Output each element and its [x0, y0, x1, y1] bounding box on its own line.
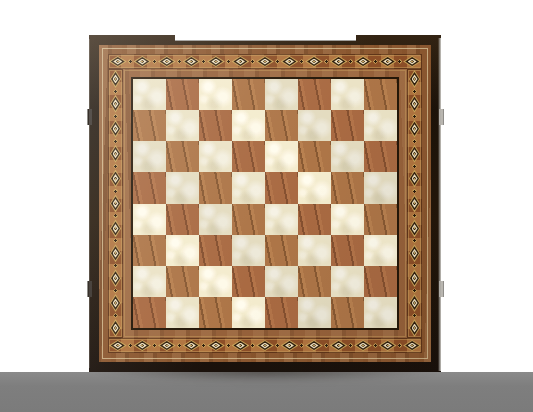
- square-b3[interactable]: [166, 235, 199, 266]
- inlay-gold-dot: [113, 313, 118, 318]
- inlay-band-left: [108, 69, 123, 338]
- square-g7[interactable]: [331, 110, 364, 141]
- inlay-gold-dot: [226, 59, 231, 64]
- hinge-tab: [87, 281, 92, 297]
- inlay-gold-dot: [348, 343, 353, 348]
- square-h6[interactable]: [364, 141, 397, 172]
- inlay-eye-motif: [409, 319, 420, 337]
- inlay-eye-motif: [409, 219, 420, 237]
- square-g1[interactable]: [331, 297, 364, 328]
- inlay-gold-dot: [113, 213, 118, 218]
- inlay-gold-dot: [299, 343, 304, 348]
- inlay-eye-motif: [379, 340, 397, 351]
- inlay-eye-motif: [330, 340, 348, 351]
- square-b5[interactable]: [166, 172, 199, 203]
- square-g4[interactable]: [331, 204, 364, 235]
- inlay-eye-motif: [305, 56, 323, 67]
- inlay-eye-motif: [182, 56, 200, 67]
- square-d8[interactable]: [232, 79, 265, 110]
- inlay-eye-motif: [110, 70, 121, 88]
- inlay-gold-dot: [412, 288, 417, 293]
- square-f4[interactable]: [298, 204, 331, 235]
- inlay-gold-dot: [113, 189, 118, 194]
- inlay-gold-dot: [275, 343, 280, 348]
- inlay-eye-motif: [409, 145, 420, 163]
- square-a6[interactable]: [133, 141, 166, 172]
- scene: [0, 0, 533, 412]
- square-h7[interactable]: [364, 110, 397, 141]
- inlay-eye-motif: [409, 95, 420, 113]
- square-f7[interactable]: [298, 110, 331, 141]
- inlay-eye-motif: [110, 194, 121, 212]
- hinge-tab: [439, 281, 444, 297]
- inlay-eye-motif: [110, 120, 121, 138]
- square-a3[interactable]: [133, 235, 166, 266]
- square-c5[interactable]: [199, 172, 232, 203]
- inlay-eye-motif: [280, 56, 298, 67]
- square-b1[interactable]: [166, 297, 199, 328]
- inlay-eye-motif: [409, 294, 420, 312]
- inlay-gold-dot: [412, 213, 417, 218]
- square-d6[interactable]: [232, 141, 265, 172]
- inlay-gold-dot: [113, 114, 118, 119]
- inlay-gold-dot: [412, 89, 417, 94]
- inlay-gold-dot: [177, 343, 182, 348]
- inlay-eye-motif: [110, 269, 121, 287]
- inlay-eye-motif: [109, 56, 127, 67]
- square-f6[interactable]: [298, 141, 331, 172]
- square-a8[interactable]: [133, 79, 166, 110]
- inlay-eye-motif: [110, 294, 121, 312]
- square-b4[interactable]: [166, 204, 199, 235]
- inlay-gold-dot: [412, 139, 417, 144]
- outer-wood-border: [99, 45, 431, 362]
- square-h3[interactable]: [364, 235, 397, 266]
- inlay-eye-motif: [133, 56, 151, 67]
- inlay-band-frame: [108, 54, 422, 353]
- inlay-band-bottom: [108, 338, 422, 353]
- square-b6[interactable]: [166, 141, 199, 172]
- inlay-gold-dot: [152, 343, 157, 348]
- square-c6[interactable]: [199, 141, 232, 172]
- square-e7[interactable]: [265, 110, 298, 141]
- square-d1[interactable]: [232, 297, 265, 328]
- square-e3[interactable]: [265, 235, 298, 266]
- square-a4[interactable]: [133, 204, 166, 235]
- square-d3[interactable]: [232, 235, 265, 266]
- inlay-gold-dot: [177, 59, 182, 64]
- square-c2[interactable]: [199, 266, 232, 297]
- inlay-eye-motif: [110, 319, 121, 337]
- inlay-gold-dot: [299, 59, 304, 64]
- inlay-gold-dot: [113, 288, 118, 293]
- inlay-gold-dot: [324, 59, 329, 64]
- square-c7[interactable]: [199, 110, 232, 141]
- inlay-eye-motif: [231, 340, 249, 351]
- inlay-eye-motif: [330, 56, 348, 67]
- square-d5[interactable]: [232, 172, 265, 203]
- inlay-gold-dot: [412, 114, 417, 119]
- inlay-gold-dot: [113, 263, 118, 268]
- inlay-eye-motif: [182, 340, 200, 351]
- inlay-eye-motif: [110, 219, 121, 237]
- inlay-band-top: [108, 54, 422, 69]
- inlay-gold-dot: [250, 59, 255, 64]
- square-a5[interactable]: [133, 172, 166, 203]
- inlay-eye-motif: [409, 170, 420, 188]
- inlay-gold-dot: [226, 343, 231, 348]
- square-g2[interactable]: [331, 266, 364, 297]
- inlay-eye-motif: [409, 194, 420, 212]
- inlay-eye-motif: [354, 340, 372, 351]
- inlay-gold-dot: [324, 343, 329, 348]
- square-a7[interactable]: [133, 110, 166, 141]
- square-f2[interactable]: [298, 266, 331, 297]
- inlay-eye-motif: [256, 56, 274, 67]
- square-h2[interactable]: [364, 266, 397, 297]
- inlay-gold-dot: [201, 343, 206, 348]
- square-d2[interactable]: [232, 266, 265, 297]
- square-e2[interactable]: [265, 266, 298, 297]
- inlay-eye-motif: [110, 145, 121, 163]
- square-d7[interactable]: [232, 110, 265, 141]
- square-h8[interactable]: [364, 79, 397, 110]
- inlay-gold-dot: [373, 343, 378, 348]
- inner-wood-border: [123, 69, 407, 338]
- square-g6[interactable]: [331, 141, 364, 172]
- inlay-eye-motif: [409, 70, 420, 88]
- inlay-gold-dot: [412, 189, 417, 194]
- square-h4[interactable]: [364, 204, 397, 235]
- square-e4[interactable]: [265, 204, 298, 235]
- square-f1[interactable]: [298, 297, 331, 328]
- square-f3[interactable]: [298, 235, 331, 266]
- square-b8[interactable]: [166, 79, 199, 110]
- inlay-gold-dot: [412, 238, 417, 243]
- square-a1[interactable]: [133, 297, 166, 328]
- inlay-gold-dot: [113, 89, 118, 94]
- square-b7[interactable]: [166, 110, 199, 141]
- chessboard-grid: [133, 79, 397, 328]
- chess-board: [89, 35, 441, 372]
- square-c1[interactable]: [199, 297, 232, 328]
- square-g3[interactable]: [331, 235, 364, 266]
- square-f8[interactable]: [298, 79, 331, 110]
- square-a2[interactable]: [133, 266, 166, 297]
- inlay-eye-motif: [354, 56, 372, 67]
- inlay-gold-dot: [113, 238, 118, 243]
- square-g8[interactable]: [331, 79, 364, 110]
- inlay-gold-dot: [128, 59, 133, 64]
- inlay-eye-motif: [409, 244, 420, 262]
- inlay-eye-motif: [305, 340, 323, 351]
- inlay-eye-motif: [110, 170, 121, 188]
- square-b2[interactable]: [166, 266, 199, 297]
- hinge-tab: [439, 109, 444, 125]
- inlay-eye-motif: [409, 120, 420, 138]
- square-h5[interactable]: [364, 172, 397, 203]
- inlay-eye-motif: [109, 340, 127, 351]
- square-c8[interactable]: [199, 79, 232, 110]
- inlay-gold-dot: [113, 139, 118, 144]
- square-c3[interactable]: [199, 235, 232, 266]
- playing-area-frame: [131, 77, 399, 330]
- inlay-gold-dot: [373, 59, 378, 64]
- square-e6[interactable]: [265, 141, 298, 172]
- square-d4[interactable]: [232, 204, 265, 235]
- inlay-eye-motif: [207, 56, 225, 67]
- inlay-eye-motif: [379, 56, 397, 67]
- inlay-eye-motif: [409, 269, 420, 287]
- inlay-gold-dot: [412, 164, 417, 169]
- square-e1[interactable]: [265, 297, 298, 328]
- inlay-eye-motif: [133, 340, 151, 351]
- inlay-eye-motif: [158, 56, 176, 67]
- inlay-gold-dot: [152, 59, 157, 64]
- square-h1[interactable]: [364, 297, 397, 328]
- square-c4[interactable]: [199, 204, 232, 235]
- inlay-eye-motif: [207, 340, 225, 351]
- inlay-eye-motif: [280, 340, 298, 351]
- inlay-band-right: [407, 69, 422, 338]
- hinge-tab: [87, 109, 92, 125]
- inlay-gold-dot: [128, 343, 133, 348]
- inlay-eye-motif: [256, 340, 274, 351]
- inlay-gold-dot: [113, 164, 118, 169]
- inlay-gold-dot: [348, 59, 353, 64]
- inlay-gold-dot: [275, 59, 280, 64]
- inlay-gold-dot: [412, 263, 417, 268]
- inlay-eye-motif: [158, 340, 176, 351]
- top-edge-recess: [175, 35, 356, 41]
- inlay-gold-dot: [397, 59, 402, 64]
- inlay-eye-motif: [110, 244, 121, 262]
- square-f5[interactable]: [298, 172, 331, 203]
- inlay-eye-motif: [110, 95, 121, 113]
- square-e5[interactable]: [265, 172, 298, 203]
- square-g5[interactable]: [331, 172, 364, 203]
- inlay-gold-dot: [397, 343, 402, 348]
- inlay-gold-dot: [201, 59, 206, 64]
- inlay-eye-motif: [231, 56, 249, 67]
- inlay-eye-motif: [403, 56, 421, 67]
- inlay-gold-dot: [412, 313, 417, 318]
- inlay-eye-motif: [403, 340, 421, 351]
- inlay-gold-dot: [250, 343, 255, 348]
- square-e8[interactable]: [265, 79, 298, 110]
